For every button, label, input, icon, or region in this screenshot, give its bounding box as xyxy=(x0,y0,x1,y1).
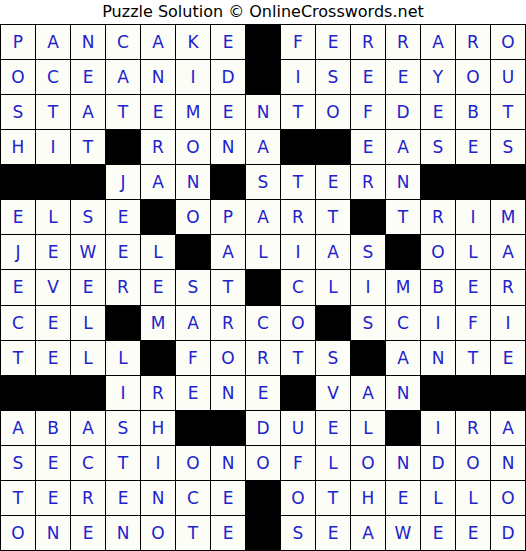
letter-cell: C xyxy=(1,306,35,340)
letter-cell: R xyxy=(246,341,280,375)
letter-cell: L xyxy=(71,341,105,375)
letter-cell: A xyxy=(106,60,140,94)
letter-cell: T xyxy=(281,95,315,129)
black-cell xyxy=(316,306,350,340)
letter-cell: T xyxy=(176,516,210,550)
letter-cell: R xyxy=(421,200,455,234)
letter-cell: H xyxy=(351,481,385,515)
letter-cell: O xyxy=(351,446,385,480)
letter-cell: R xyxy=(141,376,175,410)
letter-cell: A xyxy=(316,235,350,269)
letter-cell: A xyxy=(351,516,385,550)
letter-cell: I xyxy=(456,200,490,234)
letter-cell: O xyxy=(246,446,280,480)
letter-cell: H xyxy=(141,411,175,445)
black-cell xyxy=(246,481,280,515)
letter-cell: V xyxy=(36,270,70,304)
black-cell xyxy=(246,270,280,304)
letter-cell: S xyxy=(351,306,385,340)
letter-cell: V xyxy=(316,376,350,410)
letter-cell: R xyxy=(491,270,525,304)
letter-cell: A xyxy=(491,235,525,269)
letter-cell: F xyxy=(456,306,490,340)
letter-cell: E xyxy=(456,130,490,164)
letter-cell: C xyxy=(36,60,70,94)
letter-cell: U xyxy=(491,60,525,94)
letter-cell: O xyxy=(1,60,35,94)
letter-cell: N xyxy=(421,341,455,375)
letter-cell: E xyxy=(211,95,245,129)
black-cell xyxy=(176,411,210,445)
letter-cell: L xyxy=(106,341,140,375)
letter-cell: E xyxy=(176,376,210,410)
letter-cell: A xyxy=(421,25,455,59)
letter-cell: L xyxy=(316,270,350,304)
letter-cell: L xyxy=(246,235,280,269)
letter-cell: R xyxy=(71,481,105,515)
letter-cell: N xyxy=(386,446,420,480)
letter-cell: S xyxy=(71,200,105,234)
letter-cell: S xyxy=(316,341,350,375)
letter-cell: A xyxy=(71,411,105,445)
letter-cell: E xyxy=(36,341,70,375)
black-cell xyxy=(71,376,105,410)
letter-cell: E xyxy=(71,516,105,550)
letter-cell: A xyxy=(351,376,385,410)
letter-cell: T xyxy=(281,341,315,375)
letter-cell: L xyxy=(421,481,455,515)
letter-cell: T xyxy=(106,446,140,480)
letter-cell: E xyxy=(456,270,490,304)
letter-cell: R xyxy=(351,165,385,199)
letter-cell: T xyxy=(211,270,245,304)
letter-cell: S xyxy=(176,270,210,304)
letter-cell: I xyxy=(281,235,315,269)
letter-cell: O xyxy=(176,446,210,480)
black-cell xyxy=(176,235,210,269)
letter-cell: N xyxy=(176,165,210,199)
letter-cell: O xyxy=(176,130,210,164)
letter-cell: L xyxy=(316,446,350,480)
letter-cell: M xyxy=(491,200,525,234)
letter-cell: O xyxy=(281,481,315,515)
letter-cell: K xyxy=(176,25,210,59)
letter-cell: N xyxy=(211,446,245,480)
letter-cell: A xyxy=(176,306,210,340)
black-cell xyxy=(281,130,315,164)
letter-cell: R xyxy=(106,270,140,304)
letter-cell: E xyxy=(211,516,245,550)
letter-cell: N xyxy=(386,165,420,199)
black-cell xyxy=(246,25,280,59)
letter-cell: I xyxy=(421,411,455,445)
letter-cell: E xyxy=(386,60,420,94)
letter-cell: O xyxy=(316,95,350,129)
letter-cell: S xyxy=(1,446,35,480)
letter-cell: A xyxy=(386,341,420,375)
black-cell xyxy=(141,341,175,375)
letter-cell: N xyxy=(71,25,105,59)
letter-cell: O xyxy=(211,341,245,375)
letter-cell: L xyxy=(351,411,385,445)
black-cell xyxy=(491,376,525,410)
letter-cell: U xyxy=(281,411,315,445)
letter-cell: N xyxy=(491,446,525,480)
letter-cell: S xyxy=(1,95,35,129)
black-cell xyxy=(281,376,315,410)
black-cell xyxy=(421,376,455,410)
letter-cell: E xyxy=(36,235,70,269)
letter-cell: A xyxy=(36,25,70,59)
letter-cell: T xyxy=(1,341,35,375)
letter-cell: N xyxy=(106,516,140,550)
letter-cell: D xyxy=(421,446,455,480)
letter-cell: E xyxy=(421,95,455,129)
letter-cell: Y xyxy=(421,60,455,94)
letter-cell: S xyxy=(281,516,315,550)
letter-cell: O xyxy=(456,60,490,94)
letter-cell: N xyxy=(141,60,175,94)
black-cell xyxy=(316,130,350,164)
letter-cell: O xyxy=(141,516,175,550)
letter-cell: S xyxy=(421,130,455,164)
letter-cell: B xyxy=(36,411,70,445)
letter-cell: E xyxy=(36,306,70,340)
letter-cell: A xyxy=(1,411,35,445)
letter-cell: O xyxy=(421,235,455,269)
letter-cell: O xyxy=(176,200,210,234)
letter-cell: E xyxy=(71,60,105,94)
letter-cell: R xyxy=(351,25,385,59)
letter-cell: F xyxy=(351,95,385,129)
letter-cell: A xyxy=(386,130,420,164)
letter-cell: I xyxy=(351,270,385,304)
letter-cell: E xyxy=(351,130,385,164)
letter-cell: N xyxy=(141,481,175,515)
letter-cell: M xyxy=(141,306,175,340)
black-cell xyxy=(351,341,385,375)
letter-cell: T xyxy=(36,95,70,129)
letter-cell: S xyxy=(246,165,280,199)
letter-cell: W xyxy=(386,516,420,550)
letter-cell: N xyxy=(211,130,245,164)
letter-cell: E xyxy=(71,270,105,304)
letter-cell: E xyxy=(1,200,35,234)
letter-cell: A xyxy=(246,200,280,234)
letter-cell: E xyxy=(141,270,175,304)
letter-cell: T xyxy=(456,341,490,375)
black-cell xyxy=(211,411,245,445)
letter-cell: T xyxy=(1,481,35,515)
letter-cell: E xyxy=(316,516,350,550)
black-cell xyxy=(141,200,175,234)
letter-cell: C xyxy=(246,306,280,340)
letter-cell: L xyxy=(456,481,490,515)
letter-cell: O xyxy=(281,306,315,340)
letter-cell: D xyxy=(246,411,280,445)
letter-cell: D xyxy=(386,95,420,129)
letter-cell: I xyxy=(491,306,525,340)
black-cell xyxy=(36,165,70,199)
letter-cell: C xyxy=(386,306,420,340)
letter-cell: L xyxy=(456,235,490,269)
letter-cell: R xyxy=(386,25,420,59)
letter-cell: B xyxy=(456,95,490,129)
letter-cell: E xyxy=(316,411,350,445)
black-cell xyxy=(211,165,245,199)
page-title: Puzzle Solution © OnlineCrosswords.net xyxy=(0,0,526,24)
letter-cell: J xyxy=(1,235,35,269)
letter-cell: E xyxy=(106,200,140,234)
letter-cell: E xyxy=(1,270,35,304)
letter-cell: A xyxy=(491,411,525,445)
black-cell xyxy=(386,411,420,445)
letter-cell: M xyxy=(386,270,420,304)
black-cell xyxy=(106,130,140,164)
letter-cell: N xyxy=(211,376,245,410)
letter-cell: R xyxy=(281,200,315,234)
letter-cell: F xyxy=(176,341,210,375)
letter-cell: E xyxy=(36,446,70,480)
letter-cell: R xyxy=(141,130,175,164)
letter-cell: W xyxy=(71,235,105,269)
black-cell xyxy=(491,165,525,199)
letter-cell: I xyxy=(281,60,315,94)
letter-cell: A xyxy=(71,95,105,129)
black-cell xyxy=(386,235,420,269)
letter-cell: R xyxy=(456,25,490,59)
letter-cell: I xyxy=(36,130,70,164)
letter-cell: A xyxy=(141,165,175,199)
letter-cell: E xyxy=(351,60,385,94)
letter-cell: L xyxy=(71,306,105,340)
letter-cell: E xyxy=(106,235,140,269)
letter-cell: L xyxy=(36,200,70,234)
letter-cell: I xyxy=(141,446,175,480)
letter-cell: S xyxy=(316,60,350,94)
letter-cell: A xyxy=(141,25,175,59)
crossword-grid: PANCAKEFERRAROOCEANIDISEEYOUSTATEMENTOFD… xyxy=(0,24,526,551)
letter-cell: E xyxy=(316,25,350,59)
letter-cell: E xyxy=(211,25,245,59)
letter-cell: I xyxy=(421,306,455,340)
letter-cell: E xyxy=(106,481,140,515)
letter-cell: T xyxy=(71,130,105,164)
black-cell xyxy=(456,165,490,199)
letter-cell: B xyxy=(421,270,455,304)
letter-cell: E xyxy=(456,516,490,550)
letter-cell: H xyxy=(1,130,35,164)
letter-cell: T xyxy=(316,200,350,234)
letter-cell: R xyxy=(211,306,245,340)
letter-cell: F xyxy=(281,446,315,480)
letter-cell: I xyxy=(106,376,140,410)
letter-cell: I xyxy=(176,60,210,94)
letter-cell: A xyxy=(211,235,245,269)
letter-cell: N xyxy=(36,516,70,550)
letter-cell: T xyxy=(281,165,315,199)
letter-cell: F xyxy=(281,25,315,59)
letter-cell: C xyxy=(106,25,140,59)
letter-cell: T xyxy=(386,200,420,234)
letter-cell: T xyxy=(491,95,525,129)
letter-cell: E xyxy=(36,481,70,515)
letter-cell: E xyxy=(386,481,420,515)
letter-cell: M xyxy=(176,95,210,129)
letter-cell: O xyxy=(491,25,525,59)
black-cell xyxy=(246,60,280,94)
letter-cell: N xyxy=(246,95,280,129)
letter-cell: T xyxy=(316,481,350,515)
letter-cell: E xyxy=(211,481,245,515)
letter-cell: C xyxy=(281,270,315,304)
letter-cell: E xyxy=(246,376,280,410)
black-cell xyxy=(36,376,70,410)
letter-cell: E xyxy=(491,341,525,375)
letter-cell: J xyxy=(106,165,140,199)
letter-cell: E xyxy=(141,95,175,129)
letter-cell: L xyxy=(141,235,175,269)
letter-cell: O xyxy=(456,446,490,480)
letter-cell: C xyxy=(176,481,210,515)
black-cell xyxy=(71,165,105,199)
black-cell xyxy=(246,516,280,550)
black-cell xyxy=(421,165,455,199)
black-cell xyxy=(1,165,35,199)
black-cell xyxy=(1,376,35,410)
letter-cell: N xyxy=(386,376,420,410)
black-cell xyxy=(456,376,490,410)
letter-cell: S xyxy=(106,411,140,445)
letter-cell: S xyxy=(491,130,525,164)
letter-cell: O xyxy=(1,516,35,550)
letter-cell: D xyxy=(211,60,245,94)
black-cell xyxy=(351,200,385,234)
letter-cell: O xyxy=(491,481,525,515)
letter-cell: P xyxy=(1,25,35,59)
letter-cell: P xyxy=(211,200,245,234)
letter-cell: T xyxy=(106,95,140,129)
letter-cell: A xyxy=(246,130,280,164)
letter-cell: S xyxy=(351,235,385,269)
letter-cell: E xyxy=(421,516,455,550)
letter-cell: C xyxy=(71,446,105,480)
black-cell xyxy=(106,306,140,340)
letter-cell: R xyxy=(456,411,490,445)
letter-cell: D xyxy=(491,516,525,550)
letter-cell: E xyxy=(316,165,350,199)
